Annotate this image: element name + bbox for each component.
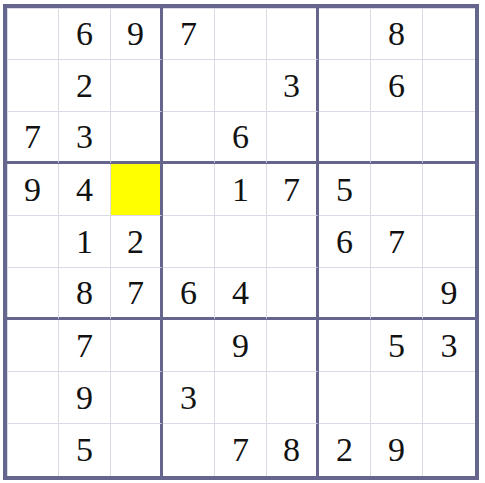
cell-r3c6[interactable] <box>267 112 319 164</box>
cell-r2c6[interactable]: 3 <box>267 60 319 112</box>
sudoku-board: 69782367369417512678764979539357829 <box>3 4 479 480</box>
cell-r1c3[interactable]: 9 <box>111 8 163 60</box>
cell-r2c5[interactable] <box>215 60 267 112</box>
cell-r7c3[interactable] <box>111 320 163 372</box>
cell-r9c9[interactable] <box>423 424 475 476</box>
cell-r3c2[interactable]: 3 <box>59 112 111 164</box>
cell-r3c9[interactable] <box>423 112 475 164</box>
cell-r7c1[interactable] <box>7 320 59 372</box>
cell-r3c4[interactable] <box>163 112 215 164</box>
cell-r4c9[interactable] <box>423 164 475 216</box>
cell-r2c2[interactable]: 2 <box>59 60 111 112</box>
cell-r1c1[interactable] <box>7 8 59 60</box>
cell-r2c1[interactable] <box>7 60 59 112</box>
cell-r7c6[interactable] <box>267 320 319 372</box>
cell-r6c4[interactable]: 6 <box>163 268 215 320</box>
cell-r4c5[interactable]: 1 <box>215 164 267 216</box>
cell-r2c9[interactable] <box>423 60 475 112</box>
sudoku-page: 69782367369417512678764979539357829 <box>0 0 485 483</box>
cell-r5c4[interactable] <box>163 216 215 268</box>
cell-r3c3[interactable] <box>111 112 163 164</box>
cell-r5c9[interactable] <box>423 216 475 268</box>
cell-r1c9[interactable] <box>423 8 475 60</box>
cell-r8c4[interactable]: 3 <box>163 372 215 424</box>
cell-r6c1[interactable] <box>7 268 59 320</box>
cell-r7c7[interactable] <box>319 320 371 372</box>
cell-r8c1[interactable] <box>7 372 59 424</box>
cell-r4c3[interactable] <box>111 164 163 216</box>
cell-r5c1[interactable] <box>7 216 59 268</box>
cell-r2c7[interactable] <box>319 60 371 112</box>
cell-r1c8[interactable]: 8 <box>371 8 423 60</box>
cell-r4c7[interactable]: 5 <box>319 164 371 216</box>
cell-r9c5[interactable]: 7 <box>215 424 267 476</box>
cell-r3c7[interactable] <box>319 112 371 164</box>
cell-r7c4[interactable] <box>163 320 215 372</box>
cell-r7c2[interactable]: 7 <box>59 320 111 372</box>
cell-r7c9[interactable]: 3 <box>423 320 475 372</box>
cell-r9c6[interactable]: 8 <box>267 424 319 476</box>
cell-r9c3[interactable] <box>111 424 163 476</box>
cell-r1c2[interactable]: 6 <box>59 8 111 60</box>
cell-r6c3[interactable]: 7 <box>111 268 163 320</box>
cell-r3c5[interactable]: 6 <box>215 112 267 164</box>
cell-r7c5[interactable]: 9 <box>215 320 267 372</box>
cell-r5c5[interactable] <box>215 216 267 268</box>
cell-r4c6[interactable]: 7 <box>267 164 319 216</box>
cell-r3c1[interactable]: 7 <box>7 112 59 164</box>
cell-r2c3[interactable] <box>111 60 163 112</box>
cell-r2c4[interactable] <box>163 60 215 112</box>
cell-r8c6[interactable] <box>267 372 319 424</box>
cell-r6c7[interactable] <box>319 268 371 320</box>
cell-r4c8[interactable] <box>371 164 423 216</box>
cell-r6c5[interactable]: 4 <box>215 268 267 320</box>
cell-r6c8[interactable] <box>371 268 423 320</box>
cell-r1c6[interactable] <box>267 8 319 60</box>
cell-r5c8[interactable]: 7 <box>371 216 423 268</box>
cell-r8c2[interactable]: 9 <box>59 372 111 424</box>
cell-r6c2[interactable]: 8 <box>59 268 111 320</box>
cell-r6c6[interactable] <box>267 268 319 320</box>
cell-r8c9[interactable] <box>423 372 475 424</box>
cell-r5c6[interactable] <box>267 216 319 268</box>
cell-r2c8[interactable]: 6 <box>371 60 423 112</box>
cell-r4c4[interactable] <box>163 164 215 216</box>
cell-r8c5[interactable] <box>215 372 267 424</box>
cell-r5c7[interactable]: 6 <box>319 216 371 268</box>
cell-r9c1[interactable] <box>7 424 59 476</box>
cell-r9c4[interactable] <box>163 424 215 476</box>
cell-r8c7[interactable] <box>319 372 371 424</box>
cell-r1c5[interactable] <box>215 8 267 60</box>
cell-r6c9[interactable]: 9 <box>423 268 475 320</box>
cell-r7c8[interactable]: 5 <box>371 320 423 372</box>
cell-r3c8[interactable] <box>371 112 423 164</box>
cell-r1c4[interactable]: 7 <box>163 8 215 60</box>
cell-r5c3[interactable]: 2 <box>111 216 163 268</box>
cell-r1c7[interactable] <box>319 8 371 60</box>
cell-r4c1[interactable]: 9 <box>7 164 59 216</box>
cell-r4c2[interactable]: 4 <box>59 164 111 216</box>
cell-r9c2[interactable]: 5 <box>59 424 111 476</box>
cell-r9c8[interactable]: 9 <box>371 424 423 476</box>
cell-r8c3[interactable] <box>111 372 163 424</box>
cell-r9c7[interactable]: 2 <box>319 424 371 476</box>
cell-r5c2[interactable]: 1 <box>59 216 111 268</box>
cell-r8c8[interactable] <box>371 372 423 424</box>
